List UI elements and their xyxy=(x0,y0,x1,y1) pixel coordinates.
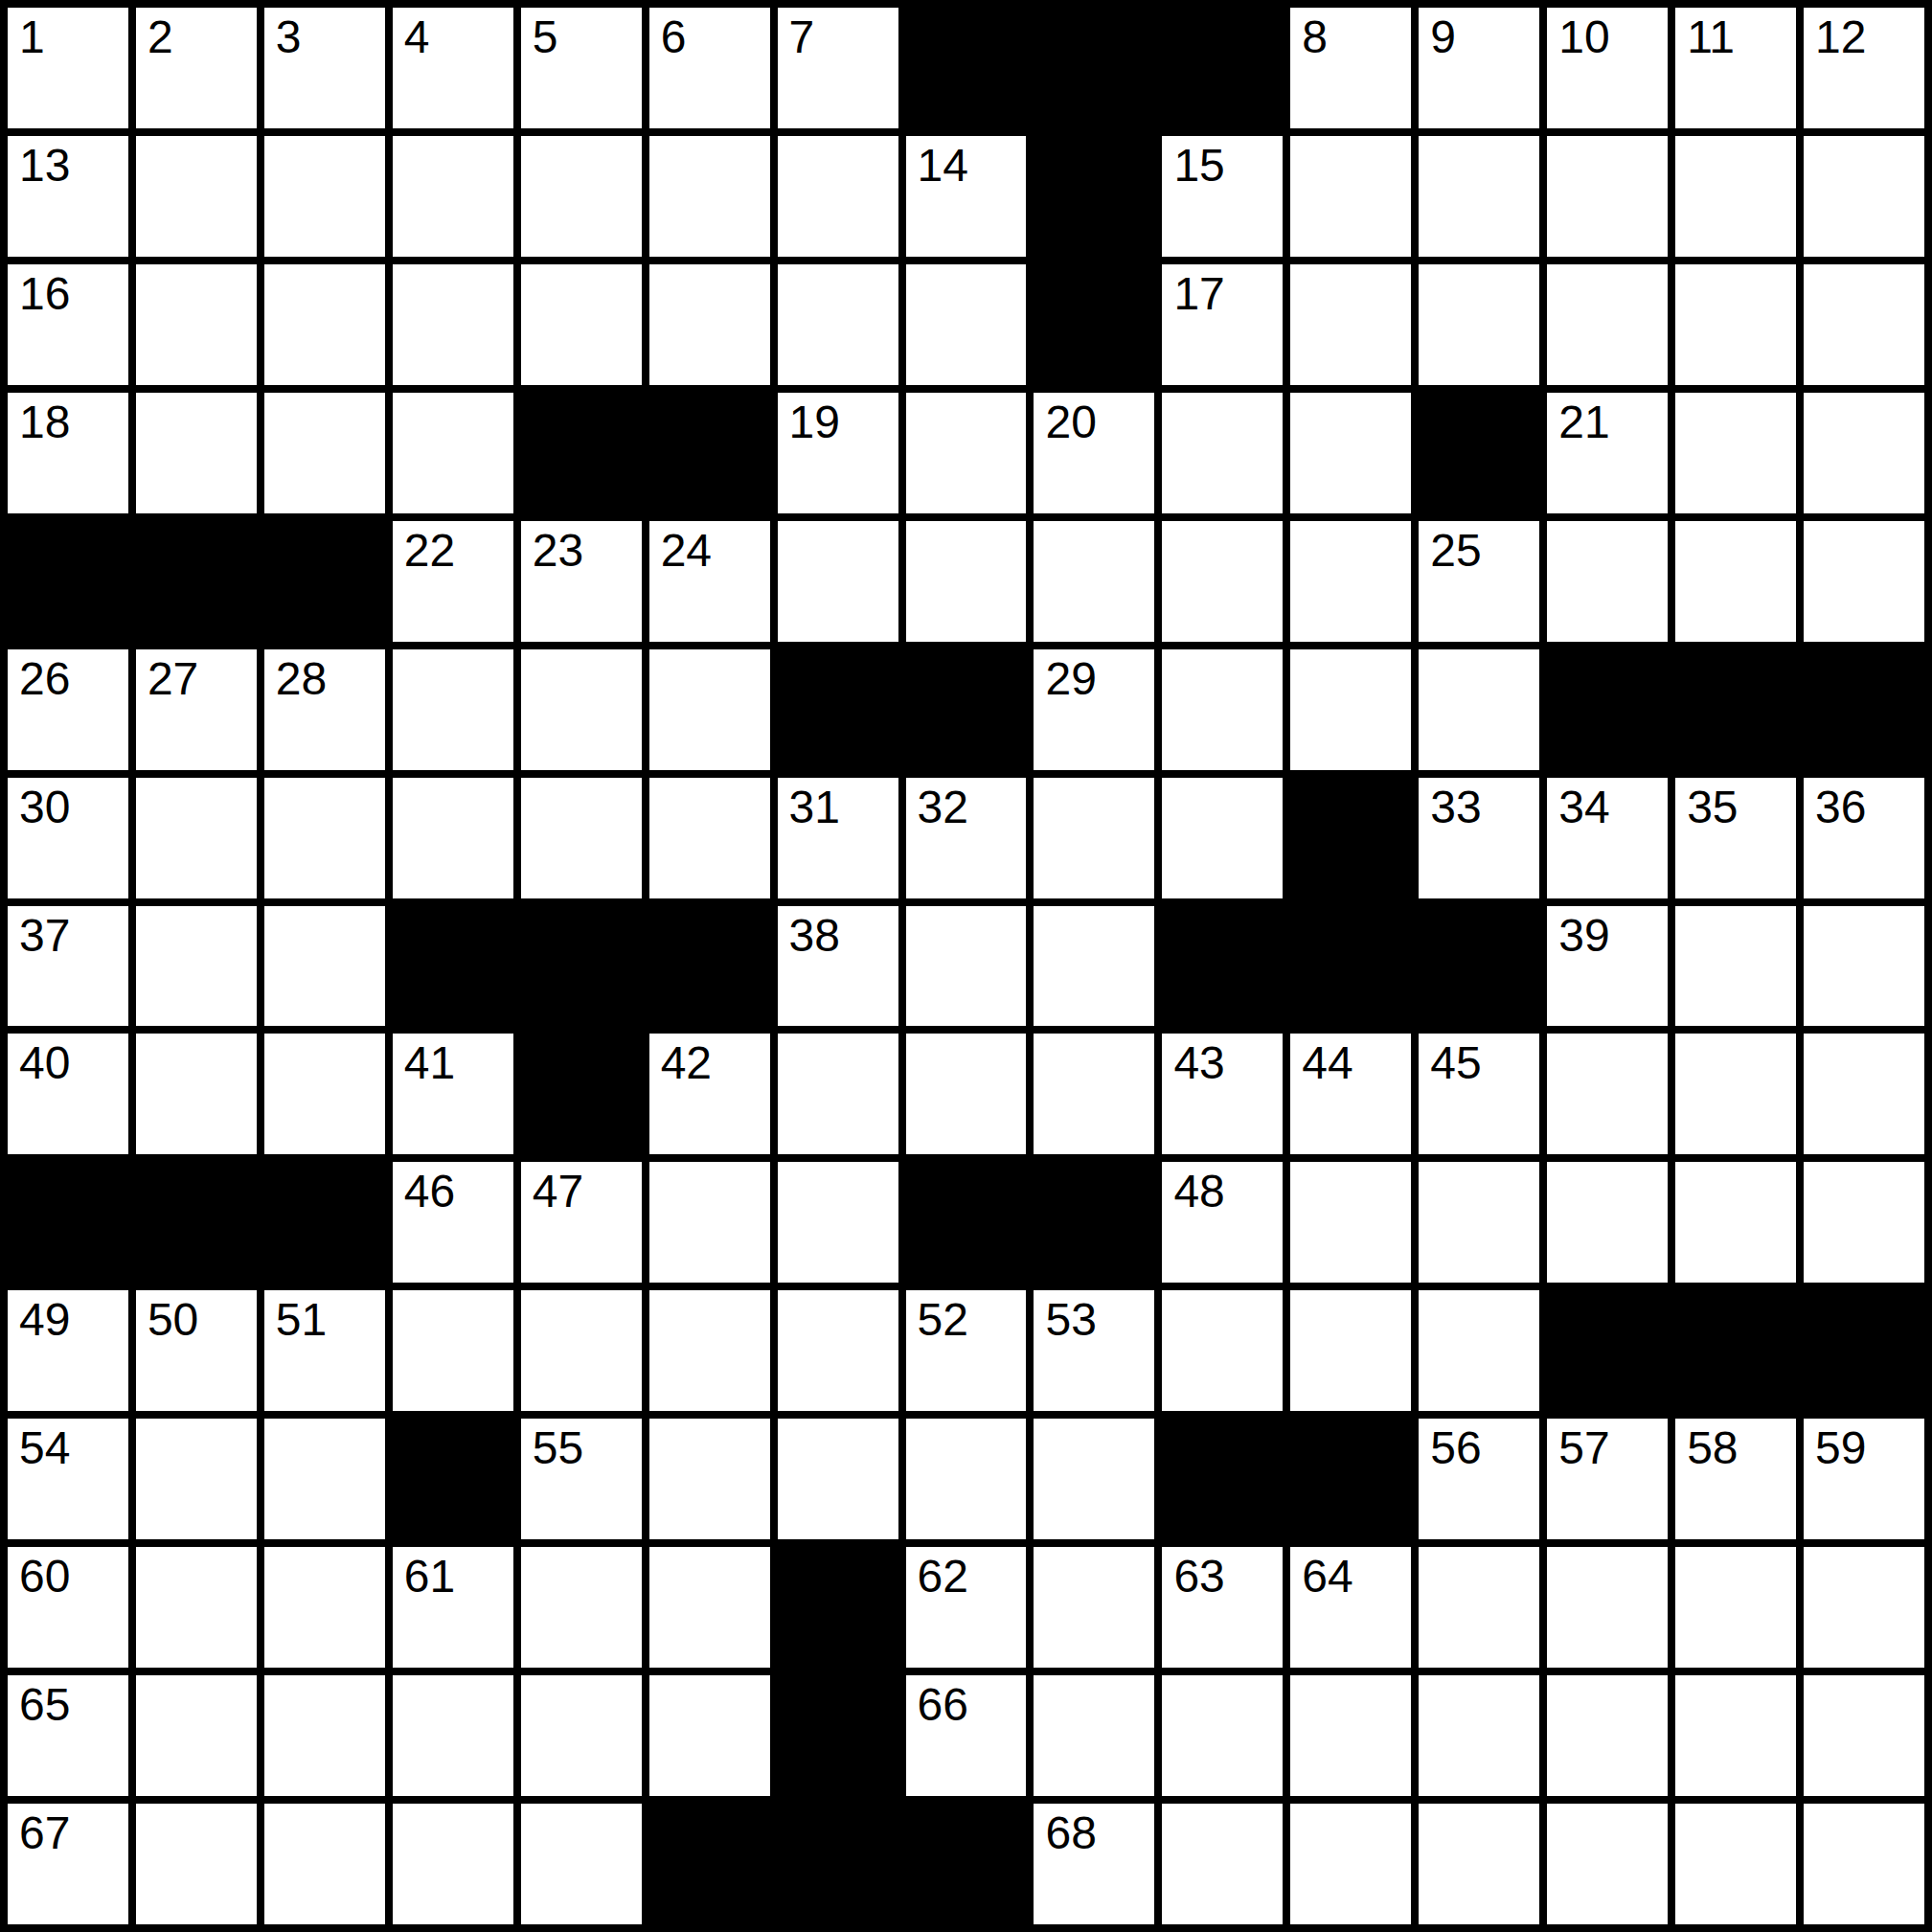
clue-number: 2 xyxy=(148,11,173,63)
white-cell-r12c8[interactable] xyxy=(906,1419,1027,1539)
black-cell-r7c11 xyxy=(1290,778,1411,898)
white-cell-r9c7[interactable] xyxy=(778,1034,898,1154)
white-cell-r9c9[interactable] xyxy=(1034,1034,1154,1154)
white-cell-r13c8[interactable]: 62 xyxy=(906,1547,1027,1668)
white-cell-r11c4[interactable] xyxy=(393,1290,513,1411)
clue-number: 10 xyxy=(1558,11,1609,63)
white-cell-r15c9[interactable]: 68 xyxy=(1034,1804,1154,1924)
white-cell-r8c8[interactable] xyxy=(906,906,1027,1027)
white-cell-r3c5[interactable] xyxy=(521,264,642,385)
clue-number: 45 xyxy=(1430,1036,1481,1089)
black-cell-r14c7 xyxy=(778,1675,898,1796)
clue-number: 64 xyxy=(1302,1550,1352,1602)
white-cell-r10c15[interactable] xyxy=(1804,1162,1924,1283)
black-cell-r10c8 xyxy=(906,1162,1027,1283)
white-cell-r11c8[interactable]: 52 xyxy=(906,1290,1027,1411)
clue-number: 23 xyxy=(533,524,583,577)
white-cell-r2c10[interactable]: 15 xyxy=(1162,136,1283,257)
white-cell-r15c2[interactable] xyxy=(136,1804,257,1924)
black-cell-r1c9 xyxy=(1034,8,1154,128)
white-cell-r7c9[interactable] xyxy=(1034,778,1154,898)
white-cell-r2c4[interactable] xyxy=(393,136,513,257)
white-cell-r3c3[interactable] xyxy=(264,264,385,385)
white-cell-r5c9[interactable] xyxy=(1034,521,1154,642)
white-cell-r3c15[interactable] xyxy=(1804,264,1924,385)
white-cell-r1c15[interactable]: 12 xyxy=(1804,8,1924,128)
white-cell-r15c1[interactable]: 67 xyxy=(8,1804,128,1924)
white-cell-r7c1[interactable]: 30 xyxy=(8,778,128,898)
white-cell-r14c14[interactable] xyxy=(1675,1675,1796,1796)
white-cell-r2c1[interactable]: 13 xyxy=(8,136,128,257)
white-cell-r9c15[interactable] xyxy=(1804,1034,1924,1154)
white-cell-r10c6[interactable] xyxy=(649,1162,770,1283)
black-cell-r8c10 xyxy=(1162,906,1283,1027)
white-cell-r14c1[interactable]: 65 xyxy=(8,1675,128,1796)
black-cell-r8c5 xyxy=(521,906,642,1027)
clue-number: 31 xyxy=(789,781,840,833)
black-cell-r6c13 xyxy=(1547,649,1668,770)
white-cell-r8c1[interactable]: 37 xyxy=(8,906,128,1027)
clue-number: 68 xyxy=(1045,1807,1096,1859)
white-cell-r4c9[interactable]: 20 xyxy=(1034,393,1154,513)
white-cell-r4c13[interactable]: 21 xyxy=(1547,393,1668,513)
clue-number: 12 xyxy=(1815,11,1866,63)
white-cell-r10c5[interactable]: 47 xyxy=(521,1162,642,1283)
white-cell-r5c4[interactable]: 22 xyxy=(393,521,513,642)
white-cell-r1c12[interactable]: 9 xyxy=(1419,8,1539,128)
crossword-board: 1234567891011121314151617181920212223242… xyxy=(0,0,1932,1932)
white-cell-r2c15[interactable] xyxy=(1804,136,1924,257)
clue-number: 9 xyxy=(1430,11,1456,63)
clue-number: 40 xyxy=(19,1036,70,1089)
clue-number: 16 xyxy=(19,267,70,320)
clue-number: 47 xyxy=(533,1165,583,1217)
black-cell-r11c15 xyxy=(1804,1290,1924,1411)
white-cell-r4c11[interactable] xyxy=(1290,393,1411,513)
black-cell-r8c11 xyxy=(1290,906,1411,1027)
clue-number: 20 xyxy=(1045,396,1096,448)
clue-number: 28 xyxy=(276,652,327,705)
clue-number: 29 xyxy=(1045,652,1096,705)
clue-number: 48 xyxy=(1173,1165,1224,1217)
white-cell-r7c4[interactable] xyxy=(393,778,513,898)
clue-number: 36 xyxy=(1815,781,1866,833)
clue-number: 19 xyxy=(789,396,840,448)
clue-number: 11 xyxy=(1687,11,1735,63)
white-cell-r9c13[interactable] xyxy=(1547,1034,1668,1154)
white-cell-r8c2[interactable] xyxy=(136,906,257,1027)
white-cell-r1c7[interactable]: 7 xyxy=(778,8,898,128)
white-cell-r8c3[interactable] xyxy=(264,906,385,1027)
black-cell-r5c2 xyxy=(136,521,257,642)
white-cell-r3c8[interactable] xyxy=(906,264,1027,385)
white-cell-r4c7[interactable]: 19 xyxy=(778,393,898,513)
black-cell-r11c13 xyxy=(1547,1290,1668,1411)
white-cell-r10c13[interactable] xyxy=(1547,1162,1668,1283)
white-cell-r12c1[interactable]: 54 xyxy=(8,1419,128,1539)
clue-number: 39 xyxy=(1558,909,1609,962)
white-cell-r12c14[interactable]: 58 xyxy=(1675,1419,1796,1539)
white-cell-r10c11[interactable] xyxy=(1290,1162,1411,1283)
black-cell-r15c8 xyxy=(906,1804,1027,1924)
white-cell-r5c10[interactable] xyxy=(1162,521,1283,642)
white-cell-r4c14[interactable] xyxy=(1675,393,1796,513)
black-cell-r15c7 xyxy=(778,1804,898,1924)
white-cell-r3c1[interactable]: 16 xyxy=(8,264,128,385)
white-cell-r14c9[interactable] xyxy=(1034,1675,1154,1796)
clue-number: 50 xyxy=(148,1293,198,1346)
white-cell-r14c13[interactable] xyxy=(1547,1675,1668,1796)
white-cell-r5c5[interactable]: 23 xyxy=(521,521,642,642)
white-cell-r6c6[interactable] xyxy=(649,649,770,770)
black-cell-r10c1 xyxy=(8,1162,128,1283)
black-cell-r4c12 xyxy=(1419,393,1539,513)
black-cell-r8c4 xyxy=(393,906,513,1027)
white-cell-r13c2[interactable] xyxy=(136,1547,257,1668)
white-cell-r6c1[interactable]: 26 xyxy=(8,649,128,770)
white-cell-r8c13[interactable]: 39 xyxy=(1547,906,1668,1027)
clue-number: 21 xyxy=(1558,396,1609,448)
clue-number: 67 xyxy=(19,1807,70,1859)
clue-number: 32 xyxy=(918,781,968,833)
white-cell-r5c11[interactable] xyxy=(1290,521,1411,642)
white-cell-r10c12[interactable] xyxy=(1419,1162,1539,1283)
white-cell-r11c3[interactable]: 51 xyxy=(264,1290,385,1411)
black-cell-r15c6 xyxy=(649,1804,770,1924)
white-cell-r12c12[interactable]: 56 xyxy=(1419,1419,1539,1539)
clue-number: 61 xyxy=(404,1550,455,1602)
white-cell-r11c6[interactable] xyxy=(649,1290,770,1411)
white-cell-r14c8[interactable]: 66 xyxy=(906,1675,1027,1796)
white-cell-r2c2[interactable] xyxy=(136,136,257,257)
white-cell-r13c13[interactable] xyxy=(1547,1547,1668,1668)
white-cell-r1c5[interactable]: 5 xyxy=(521,8,642,128)
white-cell-r7c5[interactable] xyxy=(521,778,642,898)
white-cell-r11c5[interactable] xyxy=(521,1290,642,1411)
white-cell-r5c12[interactable]: 25 xyxy=(1419,521,1539,642)
clue-number: 3 xyxy=(276,11,302,63)
white-cell-r9c8[interactable] xyxy=(906,1034,1027,1154)
white-cell-r9c3[interactable] xyxy=(264,1034,385,1154)
white-cell-r10c14[interactable] xyxy=(1675,1162,1796,1283)
white-cell-r4c10[interactable] xyxy=(1162,393,1283,513)
white-cell-r7c3[interactable] xyxy=(264,778,385,898)
white-cell-r12c3[interactable] xyxy=(264,1419,385,1539)
white-cell-r11c10[interactable] xyxy=(1162,1290,1283,1411)
white-cell-r11c9[interactable]: 53 xyxy=(1034,1290,1154,1411)
clue-number: 13 xyxy=(19,139,70,192)
black-cell-r3c9 xyxy=(1034,264,1154,385)
white-cell-r15c11[interactable] xyxy=(1290,1804,1411,1924)
black-cell-r8c6 xyxy=(649,906,770,1027)
white-cell-r7c6[interactable] xyxy=(649,778,770,898)
white-cell-r1c1[interactable]: 1 xyxy=(8,8,128,128)
white-cell-r9c11[interactable]: 44 xyxy=(1290,1034,1411,1154)
white-cell-r7c10[interactable] xyxy=(1162,778,1283,898)
white-cell-r15c13[interactable] xyxy=(1547,1804,1668,1924)
white-cell-r14c11[interactable] xyxy=(1290,1675,1411,1796)
white-cell-r6c2[interactable]: 27 xyxy=(136,649,257,770)
clue-number: 65 xyxy=(19,1678,70,1731)
clue-number: 44 xyxy=(1302,1036,1352,1089)
white-cell-r12c2[interactable] xyxy=(136,1419,257,1539)
white-cell-r3c14[interactable] xyxy=(1675,264,1796,385)
black-cell-r12c4 xyxy=(393,1419,513,1539)
white-cell-r7c12[interactable]: 33 xyxy=(1419,778,1539,898)
white-cell-r7c8[interactable]: 32 xyxy=(906,778,1027,898)
white-cell-r14c12[interactable] xyxy=(1419,1675,1539,1796)
white-cell-r1c6[interactable]: 6 xyxy=(649,8,770,128)
white-cell-r13c1[interactable]: 60 xyxy=(8,1547,128,1668)
clue-number: 17 xyxy=(1173,267,1224,320)
clue-number: 53 xyxy=(1045,1293,1096,1346)
white-cell-r9c4[interactable]: 41 xyxy=(393,1034,513,1154)
clue-number: 25 xyxy=(1430,524,1481,577)
white-cell-r3c4[interactable] xyxy=(393,264,513,385)
white-cell-r7c14[interactable]: 35 xyxy=(1675,778,1796,898)
white-cell-r7c13[interactable]: 34 xyxy=(1547,778,1668,898)
white-cell-r13c10[interactable]: 63 xyxy=(1162,1547,1283,1668)
white-cell-r2c12[interactable] xyxy=(1419,136,1539,257)
white-cell-r9c12[interactable]: 45 xyxy=(1419,1034,1539,1154)
white-cell-r5c13[interactable] xyxy=(1547,521,1668,642)
white-cell-r12c5[interactable]: 55 xyxy=(521,1419,642,1539)
clue-number: 62 xyxy=(918,1550,968,1602)
white-cell-r14c2[interactable] xyxy=(136,1675,257,1796)
white-cell-r15c3[interactable] xyxy=(264,1804,385,1924)
black-cell-r2c9 xyxy=(1034,136,1154,257)
clue-number: 35 xyxy=(1687,781,1738,833)
white-cell-r6c9[interactable]: 29 xyxy=(1034,649,1154,770)
black-cell-r4c6 xyxy=(649,393,770,513)
clue-number: 6 xyxy=(661,11,687,63)
clue-number: 54 xyxy=(19,1421,70,1474)
white-cell-r6c4[interactable] xyxy=(393,649,513,770)
black-cell-r6c15 xyxy=(1804,649,1924,770)
white-cell-r12c9[interactable] xyxy=(1034,1419,1154,1539)
clue-number: 49 xyxy=(19,1293,70,1346)
clue-number: 15 xyxy=(1173,139,1224,192)
clue-number: 42 xyxy=(661,1036,712,1089)
white-cell-r13c11[interactable]: 64 xyxy=(1290,1547,1411,1668)
white-cell-r14c5[interactable] xyxy=(521,1675,642,1796)
white-cell-r3c6[interactable] xyxy=(649,264,770,385)
clue-number: 46 xyxy=(404,1165,455,1217)
black-cell-r11c14 xyxy=(1675,1290,1796,1411)
white-cell-r8c9[interactable] xyxy=(1034,906,1154,1027)
white-cell-r2c3[interactable] xyxy=(264,136,385,257)
clue-number: 41 xyxy=(404,1036,455,1089)
white-cell-r6c3[interactable]: 28 xyxy=(264,649,385,770)
white-cell-r11c2[interactable]: 50 xyxy=(136,1290,257,1411)
white-cell-r12c6[interactable] xyxy=(649,1419,770,1539)
white-cell-r15c14[interactable] xyxy=(1675,1804,1796,1924)
white-cell-r14c3[interactable] xyxy=(264,1675,385,1796)
white-cell-r11c12[interactable] xyxy=(1419,1290,1539,1411)
clue-number: 38 xyxy=(789,909,840,962)
white-cell-r1c3[interactable]: 3 xyxy=(264,8,385,128)
white-cell-r4c2[interactable] xyxy=(136,393,257,513)
white-cell-r9c14[interactable] xyxy=(1675,1034,1796,1154)
black-cell-r9c5 xyxy=(521,1034,642,1154)
white-cell-r13c6[interactable] xyxy=(649,1547,770,1668)
white-cell-r13c4[interactable]: 61 xyxy=(393,1547,513,1668)
black-cell-r12c11 xyxy=(1290,1419,1411,1539)
clue-number: 30 xyxy=(19,781,70,833)
white-cell-r4c3[interactable] xyxy=(264,393,385,513)
black-cell-r6c7 xyxy=(778,649,898,770)
white-cell-r10c4[interactable]: 46 xyxy=(393,1162,513,1283)
clue-number: 51 xyxy=(276,1293,327,1346)
clue-number: 57 xyxy=(1558,1421,1609,1474)
clue-number: 59 xyxy=(1815,1421,1866,1474)
white-cell-r11c1[interactable]: 49 xyxy=(8,1290,128,1411)
white-cell-r5c7[interactable] xyxy=(778,521,898,642)
white-cell-r2c14[interactable] xyxy=(1675,136,1796,257)
white-cell-r12c13[interactable]: 57 xyxy=(1547,1419,1668,1539)
white-cell-r14c6[interactable] xyxy=(649,1675,770,1796)
black-cell-r5c3 xyxy=(264,521,385,642)
white-cell-r7c2[interactable] xyxy=(136,778,257,898)
white-cell-r2c13[interactable] xyxy=(1547,136,1668,257)
white-cell-r3c11[interactable] xyxy=(1290,264,1411,385)
white-cell-r5c15[interactable] xyxy=(1804,521,1924,642)
white-cell-r5c14[interactable] xyxy=(1675,521,1796,642)
white-cell-r3c13[interactable] xyxy=(1547,264,1668,385)
white-cell-r2c6[interactable] xyxy=(649,136,770,257)
white-cell-r12c7[interactable] xyxy=(778,1419,898,1539)
white-cell-r9c2[interactable] xyxy=(136,1034,257,1154)
clue-number: 8 xyxy=(1302,11,1328,63)
white-cell-r10c7[interactable] xyxy=(778,1162,898,1283)
white-cell-r1c4[interactable]: 4 xyxy=(393,8,513,128)
white-cell-r4c1[interactable]: 18 xyxy=(8,393,128,513)
white-cell-r6c5[interactable] xyxy=(521,649,642,770)
black-cell-r1c8 xyxy=(906,8,1027,128)
white-cell-r2c5[interactable] xyxy=(521,136,642,257)
white-cell-r9c10[interactable]: 43 xyxy=(1162,1034,1283,1154)
clue-number: 43 xyxy=(1173,1036,1224,1089)
clue-number: 60 xyxy=(19,1550,70,1602)
white-cell-r13c5[interactable] xyxy=(521,1547,642,1668)
white-cell-r4c8[interactable] xyxy=(906,393,1027,513)
white-cell-r8c15[interactable] xyxy=(1804,906,1924,1027)
white-cell-r6c11[interactable] xyxy=(1290,649,1411,770)
black-cell-r10c2 xyxy=(136,1162,257,1283)
black-cell-r12c10 xyxy=(1162,1419,1283,1539)
white-cell-r5c8[interactable] xyxy=(906,521,1027,642)
white-cell-r14c10[interactable] xyxy=(1162,1675,1283,1796)
white-cell-r14c15[interactable] xyxy=(1804,1675,1924,1796)
white-cell-r13c15[interactable] xyxy=(1804,1547,1924,1668)
clue-number: 58 xyxy=(1687,1421,1738,1474)
black-cell-r1c10 xyxy=(1162,8,1283,128)
black-cell-r13c7 xyxy=(778,1547,898,1668)
white-cell-r2c8[interactable]: 14 xyxy=(906,136,1027,257)
black-cell-r6c8 xyxy=(906,649,1027,770)
white-cell-r3c7[interactable] xyxy=(778,264,898,385)
black-cell-r4c5 xyxy=(521,393,642,513)
white-cell-r6c12[interactable] xyxy=(1419,649,1539,770)
black-cell-r6c14 xyxy=(1675,649,1796,770)
white-cell-r4c4[interactable] xyxy=(393,393,513,513)
white-cell-r1c14[interactable]: 11 xyxy=(1675,8,1796,128)
white-cell-r11c7[interactable] xyxy=(778,1290,898,1411)
white-cell-r1c13[interactable]: 10 xyxy=(1547,8,1668,128)
white-cell-r13c12[interactable] xyxy=(1419,1547,1539,1668)
clue-number: 24 xyxy=(661,524,712,577)
white-cell-r1c11[interactable]: 8 xyxy=(1290,8,1411,128)
white-cell-r15c5[interactable] xyxy=(521,1804,642,1924)
white-cell-r15c12[interactable] xyxy=(1419,1804,1539,1924)
clue-number: 33 xyxy=(1430,781,1481,833)
clue-number: 27 xyxy=(148,652,198,705)
clue-number: 26 xyxy=(19,652,70,705)
white-cell-r7c15[interactable]: 36 xyxy=(1804,778,1924,898)
white-cell-r10c10[interactable]: 48 xyxy=(1162,1162,1283,1283)
white-cell-r4c15[interactable] xyxy=(1804,393,1924,513)
white-cell-r2c11[interactable] xyxy=(1290,136,1411,257)
white-cell-r3c12[interactable] xyxy=(1419,264,1539,385)
clue-number: 18 xyxy=(19,396,70,448)
clue-number: 63 xyxy=(1173,1550,1224,1602)
clue-number: 66 xyxy=(918,1678,968,1731)
black-cell-r10c3 xyxy=(264,1162,385,1283)
black-cell-r10c9 xyxy=(1034,1162,1154,1283)
clue-number: 4 xyxy=(404,11,430,63)
white-cell-r8c14[interactable] xyxy=(1675,906,1796,1027)
clue-number: 22 xyxy=(404,524,455,577)
white-cell-r3c10[interactable]: 17 xyxy=(1162,264,1283,385)
clue-number: 34 xyxy=(1558,781,1609,833)
clue-number: 1 xyxy=(19,11,45,63)
clue-number: 52 xyxy=(918,1293,968,1346)
black-cell-r8c12 xyxy=(1419,906,1539,1027)
clue-number: 14 xyxy=(918,139,968,192)
white-cell-r12c15[interactable]: 59 xyxy=(1804,1419,1924,1539)
white-cell-r3c2[interactable] xyxy=(136,264,257,385)
white-cell-r15c4[interactable] xyxy=(393,1804,513,1924)
white-cell-r1c2[interactable]: 2 xyxy=(136,8,257,128)
white-cell-r9c6[interactable]: 42 xyxy=(649,1034,770,1154)
white-cell-r7c7[interactable]: 31 xyxy=(778,778,898,898)
clue-number: 7 xyxy=(789,11,815,63)
white-cell-r13c14[interactable] xyxy=(1675,1547,1796,1668)
white-cell-r2c7[interactable] xyxy=(778,136,898,257)
white-cell-r9c1[interactable]: 40 xyxy=(8,1034,128,1154)
white-cell-r13c9[interactable] xyxy=(1034,1547,1154,1668)
clue-number: 37 xyxy=(19,909,70,962)
white-cell-r15c15[interactable] xyxy=(1804,1804,1924,1924)
white-cell-r6c10[interactable] xyxy=(1162,649,1283,770)
clue-number: 56 xyxy=(1430,1421,1481,1474)
white-cell-r14c4[interactable] xyxy=(393,1675,513,1796)
white-cell-r5c6[interactable]: 24 xyxy=(649,521,770,642)
black-cell-r5c1 xyxy=(8,521,128,642)
white-cell-r15c10[interactable] xyxy=(1162,1804,1283,1924)
white-cell-r8c7[interactable]: 38 xyxy=(778,906,898,1027)
clue-number: 55 xyxy=(533,1421,583,1474)
white-cell-r13c3[interactable] xyxy=(264,1547,385,1668)
clue-number: 5 xyxy=(533,11,558,63)
white-cell-r11c11[interactable] xyxy=(1290,1290,1411,1411)
